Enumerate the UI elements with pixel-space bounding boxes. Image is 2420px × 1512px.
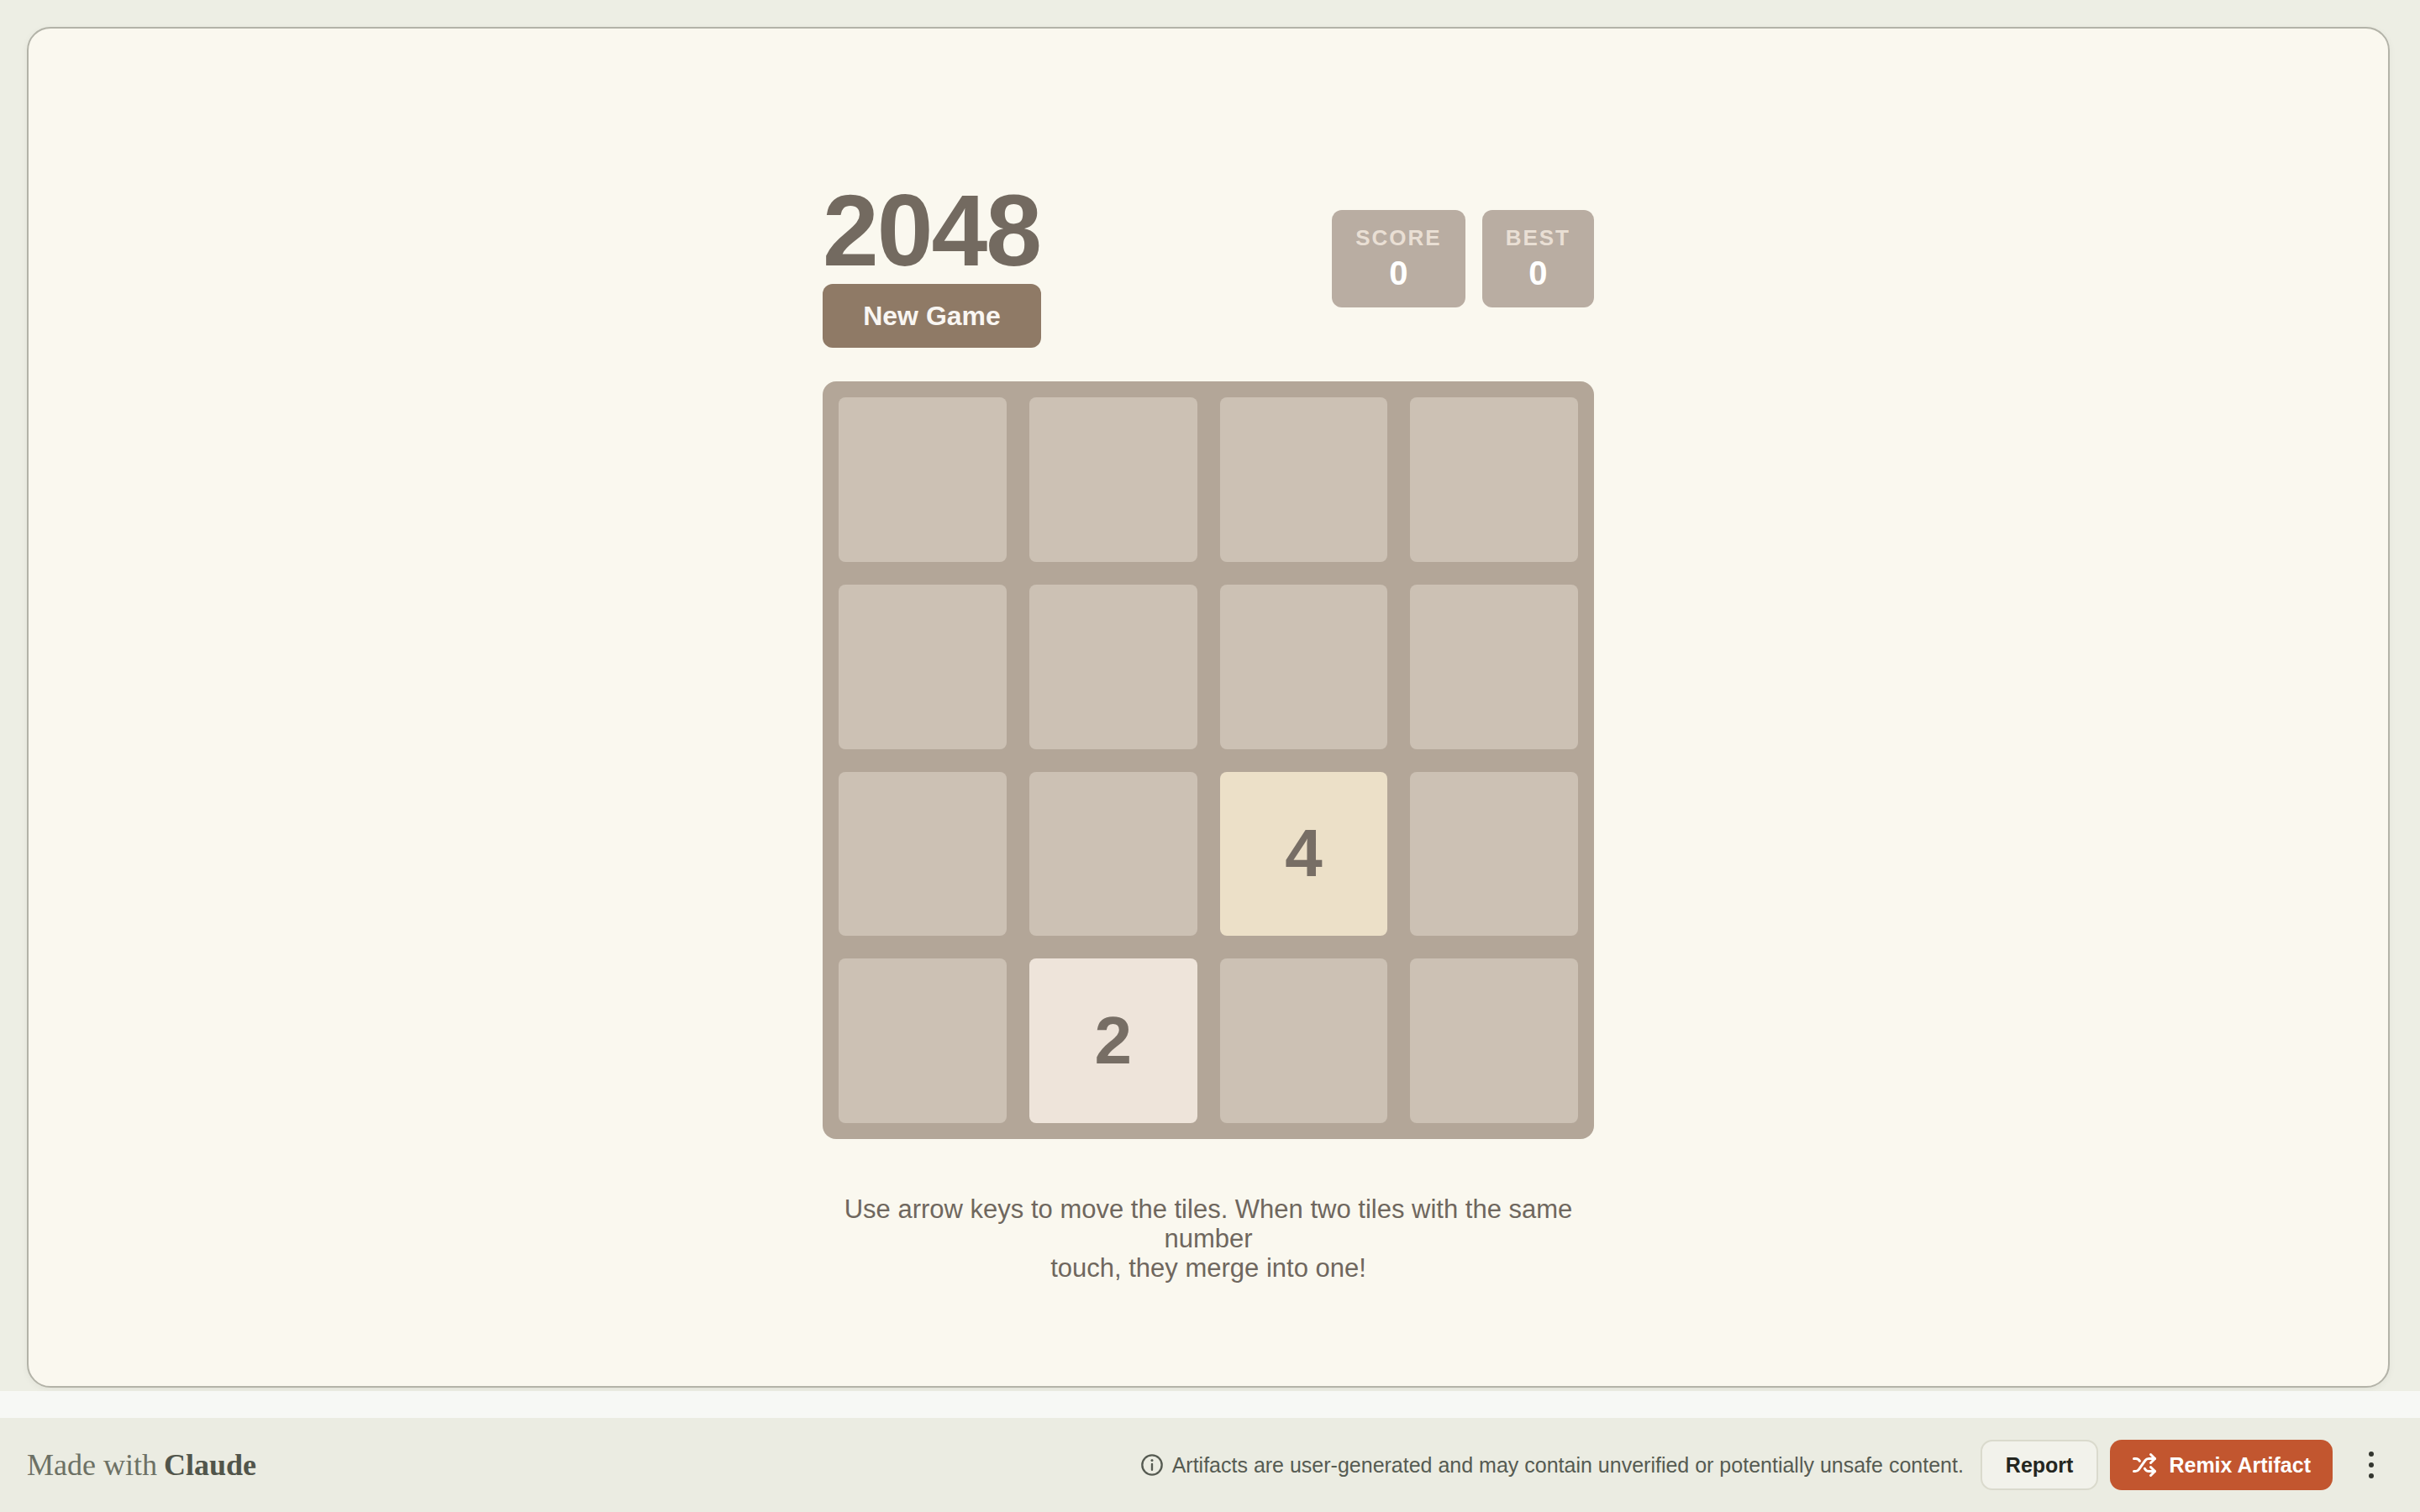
board-cell-r0c0-empty: [839, 397, 1007, 562]
title-block: 2048 New Game: [823, 183, 1041, 348]
disclaimer-text: Artifacts are user-generated and may con…: [1172, 1453, 1964, 1478]
report-button[interactable]: Report: [1981, 1440, 2099, 1490]
board-cell-r1c1-empty: [1029, 585, 1197, 749]
board-cell-r0c2-empty: [1220, 397, 1388, 562]
info-icon: [1140, 1453, 1164, 1477]
board-cell-r3c0-empty: [839, 958, 1007, 1123]
made-with-text: Made with: [27, 1448, 157, 1482]
board-cell-r2c1-empty: [1029, 772, 1197, 937]
board-cell-r1c3-empty: [1410, 585, 1578, 749]
bottom-strip: [0, 1391, 2420, 1418]
shuffle-icon: [2132, 1452, 2157, 1478]
instructions: Use arrow keys to move the tiles. When t…: [823, 1194, 1594, 1283]
board-cell-r2c0-empty: [839, 772, 1007, 937]
app-window: 2048 New Game SCORE 0 BEST 0 42 Use arro…: [0, 0, 2420, 1512]
game-2048: 2048 New Game SCORE 0 BEST 0 42 Use arro…: [823, 183, 1594, 1283]
made-with-claude-link[interactable]: Made withClaude: [27, 1447, 256, 1483]
score-value: 0: [1389, 255, 1407, 292]
best-box: BEST 0: [1482, 210, 1594, 307]
best-label: BEST: [1506, 225, 1570, 251]
best-value: 0: [1528, 255, 1547, 292]
artifact-card: 2048 New Game SCORE 0 BEST 0 42 Use arro…: [27, 27, 2390, 1388]
board-cell-r0c3-empty: [1410, 397, 1578, 562]
tile-4: 4: [1220, 772, 1388, 937]
kebab-dot: [2369, 1473, 2374, 1478]
score-panel: SCORE 0 BEST 0: [1332, 210, 1594, 307]
board-cell-r1c2-empty: [1220, 585, 1388, 749]
board-cell-r2c3-empty: [1410, 772, 1578, 937]
tile-2: 2: [1029, 958, 1197, 1123]
kebab-dot: [2369, 1452, 2374, 1457]
more-options-button[interactable]: [2356, 1440, 2386, 1490]
score-label: SCORE: [1355, 225, 1441, 251]
remix-label: Remix Artifact: [2169, 1453, 2311, 1478]
artifact-disclaimer: Artifacts are user-generated and may con…: [1140, 1453, 1964, 1478]
game-title: 2048: [823, 183, 1041, 277]
score-box: SCORE 0: [1332, 210, 1465, 307]
footer-bar: Made withClaude Artifacts are user-gener…: [0, 1418, 2420, 1512]
board-cell-r3c3-empty: [1410, 958, 1578, 1123]
new-game-button[interactable]: New Game: [823, 284, 1041, 348]
footer-actions: Artifacts are user-generated and may con…: [1140, 1440, 2386, 1490]
remix-artifact-button[interactable]: Remix Artifact: [2110, 1440, 2333, 1490]
board-cell-r0c1-empty: [1029, 397, 1197, 562]
board-cell-r3c2-empty: [1220, 958, 1388, 1123]
kebab-dot: [2369, 1462, 2374, 1467]
game-board: 42: [823, 381, 1594, 1139]
claude-brand: Claude: [164, 1448, 256, 1482]
board-cell-r1c0-empty: [839, 585, 1007, 749]
game-header: 2048 New Game SCORE 0 BEST 0: [823, 183, 1594, 348]
